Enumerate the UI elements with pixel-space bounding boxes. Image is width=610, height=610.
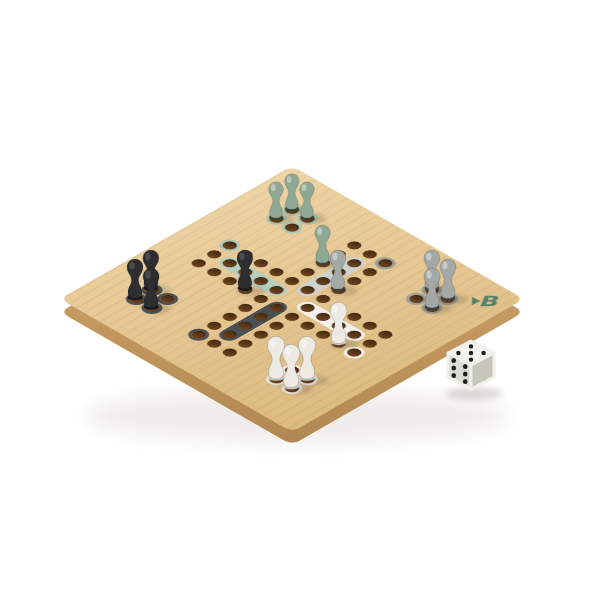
product-photo-scene: { "game": "Ludo (wooden peg board, Mensc… (0, 0, 610, 610)
peg-white[interactable] (278, 341, 304, 391)
peg-grey[interactable] (326, 247, 350, 293)
peg-black[interactable] (139, 265, 163, 311)
die[interactable] (440, 333, 502, 395)
hole-c1r1 (282, 222, 302, 233)
brand-logo-icon: B (470, 292, 500, 309)
brand-logo-letter: B (478, 293, 499, 310)
hole-c6r10 (219, 347, 239, 358)
peg-black[interactable] (233, 247, 257, 293)
peg-grey[interactable] (420, 265, 444, 311)
peg-white[interactable] (326, 299, 351, 347)
peg-green[interactable] (296, 179, 318, 221)
peg-green[interactable] (265, 179, 287, 221)
